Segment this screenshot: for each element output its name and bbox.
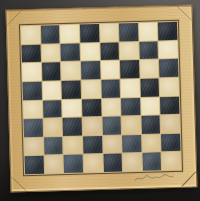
square-b7 (41, 44, 60, 62)
square-g7 (139, 41, 158, 59)
square-h1 (162, 152, 181, 170)
pencil-signature-scribble (133, 170, 175, 185)
square-e4 (102, 98, 121, 116)
square-b5 (42, 81, 61, 99)
square-f3 (122, 116, 141, 134)
square-c2 (63, 136, 82, 154)
square-e8 (99, 24, 118, 42)
frame-miter-joint-bottom-right (181, 171, 196, 186)
square-e2 (103, 135, 122, 153)
square-f4 (121, 97, 140, 115)
square-b6 (42, 62, 61, 80)
square-c7 (61, 43, 80, 61)
square-b1 (44, 155, 63, 173)
square-d3 (82, 117, 101, 135)
square-g3 (141, 116, 160, 134)
frame-miter-joint-top-right (176, 5, 191, 20)
square-h8 (158, 22, 177, 40)
square-h3 (161, 115, 180, 133)
square-a6 (22, 63, 41, 81)
square-d5 (81, 80, 100, 98)
frame-miter-joint-bottom-left (11, 176, 26, 191)
square-g2 (142, 134, 161, 152)
square-h7 (159, 40, 178, 58)
square-c3 (63, 118, 82, 136)
photo-background (0, 0, 200, 201)
square-h4 (160, 96, 179, 114)
square-c6 (61, 62, 80, 80)
square-e5 (101, 79, 120, 97)
square-g4 (141, 97, 160, 115)
square-a2 (24, 137, 43, 155)
square-a4 (23, 100, 42, 118)
square-h6 (159, 59, 178, 77)
square-c8 (60, 25, 79, 43)
square-h5 (160, 78, 179, 96)
square-a8 (21, 26, 40, 44)
square-f1 (123, 153, 142, 171)
square-e6 (100, 61, 119, 79)
square-d7 (80, 43, 99, 61)
square-a3 (24, 119, 43, 137)
board-field (19, 20, 183, 176)
square-d6 (81, 61, 100, 79)
wooden-chess-board (5, 4, 197, 192)
square-a5 (23, 82, 42, 100)
square-g8 (139, 22, 158, 40)
square-d1 (83, 154, 102, 172)
square-c1 (64, 155, 83, 173)
square-g6 (140, 60, 159, 78)
square-d8 (80, 24, 99, 42)
square-e3 (102, 117, 121, 135)
square-f6 (120, 60, 139, 78)
square-c4 (62, 99, 81, 117)
square-a7 (21, 44, 40, 62)
square-b8 (41, 25, 60, 43)
square-d4 (82, 99, 101, 117)
square-h2 (161, 134, 180, 152)
square-f5 (121, 79, 140, 97)
square-d2 (83, 136, 102, 154)
square-f7 (120, 42, 139, 60)
square-g5 (140, 78, 159, 96)
square-a1 (25, 156, 44, 174)
square-b3 (43, 118, 62, 136)
square-b4 (43, 100, 62, 118)
square-b2 (44, 137, 63, 155)
square-g1 (142, 153, 161, 171)
square-e7 (100, 42, 119, 60)
square-c5 (62, 80, 81, 98)
square-f2 (122, 135, 141, 153)
square-f8 (119, 23, 138, 41)
square-e1 (103, 154, 122, 172)
